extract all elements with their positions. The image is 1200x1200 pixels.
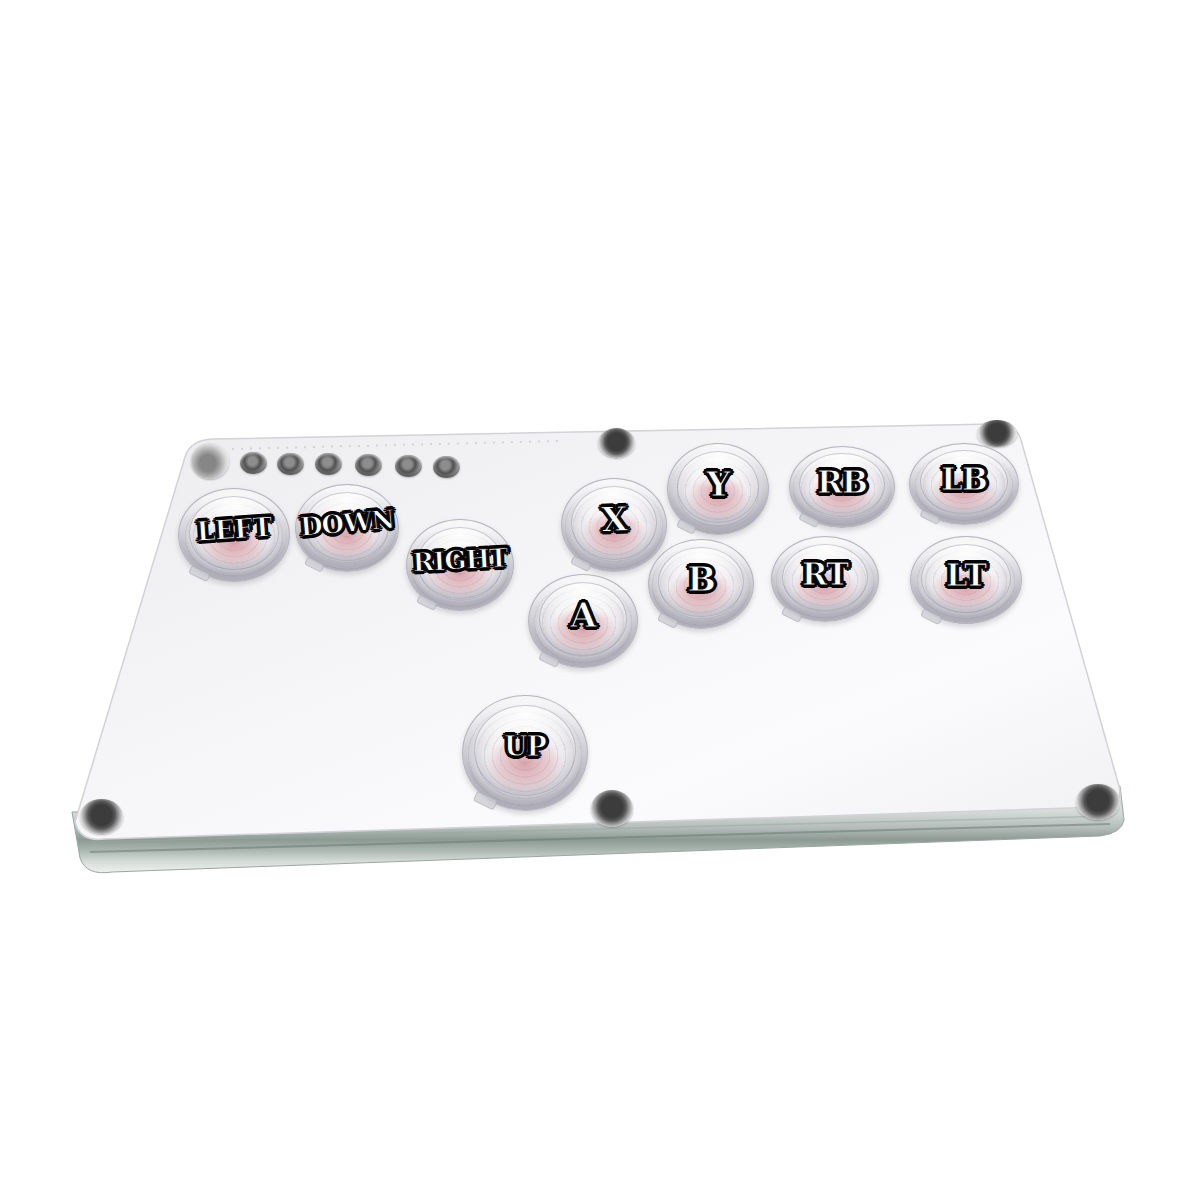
aux-button-2[interactable] xyxy=(277,453,304,475)
button-y[interactable]: Y xyxy=(667,443,769,535)
screw-top-left xyxy=(191,443,229,479)
button-left-label: LEFT xyxy=(196,511,273,547)
aux-button-1[interactable] xyxy=(240,452,267,474)
button-down[interactable]: DOWN xyxy=(295,484,399,572)
screw-bottom-left xyxy=(80,799,123,834)
button-lb[interactable]: LB xyxy=(909,443,1019,525)
button-rt-label: RT xyxy=(802,556,848,592)
screw-bottom-right xyxy=(1076,784,1120,820)
controller-product-photo: LEFT DOWN RIGHT X Y RB LB A B RT LT UP xyxy=(0,0,1200,1200)
button-right[interactable]: RIGHT xyxy=(406,519,514,611)
button-down-label: DOWN xyxy=(299,504,395,542)
button-up[interactable]: UP xyxy=(462,695,588,811)
screw-top-right xyxy=(977,420,1017,447)
aux-button-5[interactable] xyxy=(395,455,422,477)
button-rb-label: RB xyxy=(817,464,867,500)
button-lt[interactable]: LT xyxy=(910,536,1022,624)
button-lb-label: LB xyxy=(941,461,987,497)
screw-bottom-middle xyxy=(591,790,633,827)
button-up-label: UP xyxy=(504,731,546,762)
button-a-label: A xyxy=(570,595,595,635)
aux-button-3[interactable] xyxy=(315,453,342,475)
button-left[interactable]: LEFT xyxy=(178,488,290,582)
button-a[interactable]: A xyxy=(528,574,638,668)
aux-button-6[interactable] xyxy=(433,456,460,478)
button-rt[interactable]: RT xyxy=(771,536,879,622)
button-lt-label: LT xyxy=(946,557,986,593)
button-right-label: RIGHT xyxy=(412,542,508,577)
button-b[interactable]: B xyxy=(648,539,754,629)
button-x-label: X xyxy=(601,499,628,540)
button-rb[interactable]: RB xyxy=(789,446,895,528)
aux-button-4[interactable] xyxy=(355,454,382,476)
button-y-label: Y xyxy=(706,464,729,504)
button-b-label: B xyxy=(687,559,715,599)
button-x[interactable]: X xyxy=(561,478,667,572)
screw-top-middle xyxy=(598,428,635,458)
